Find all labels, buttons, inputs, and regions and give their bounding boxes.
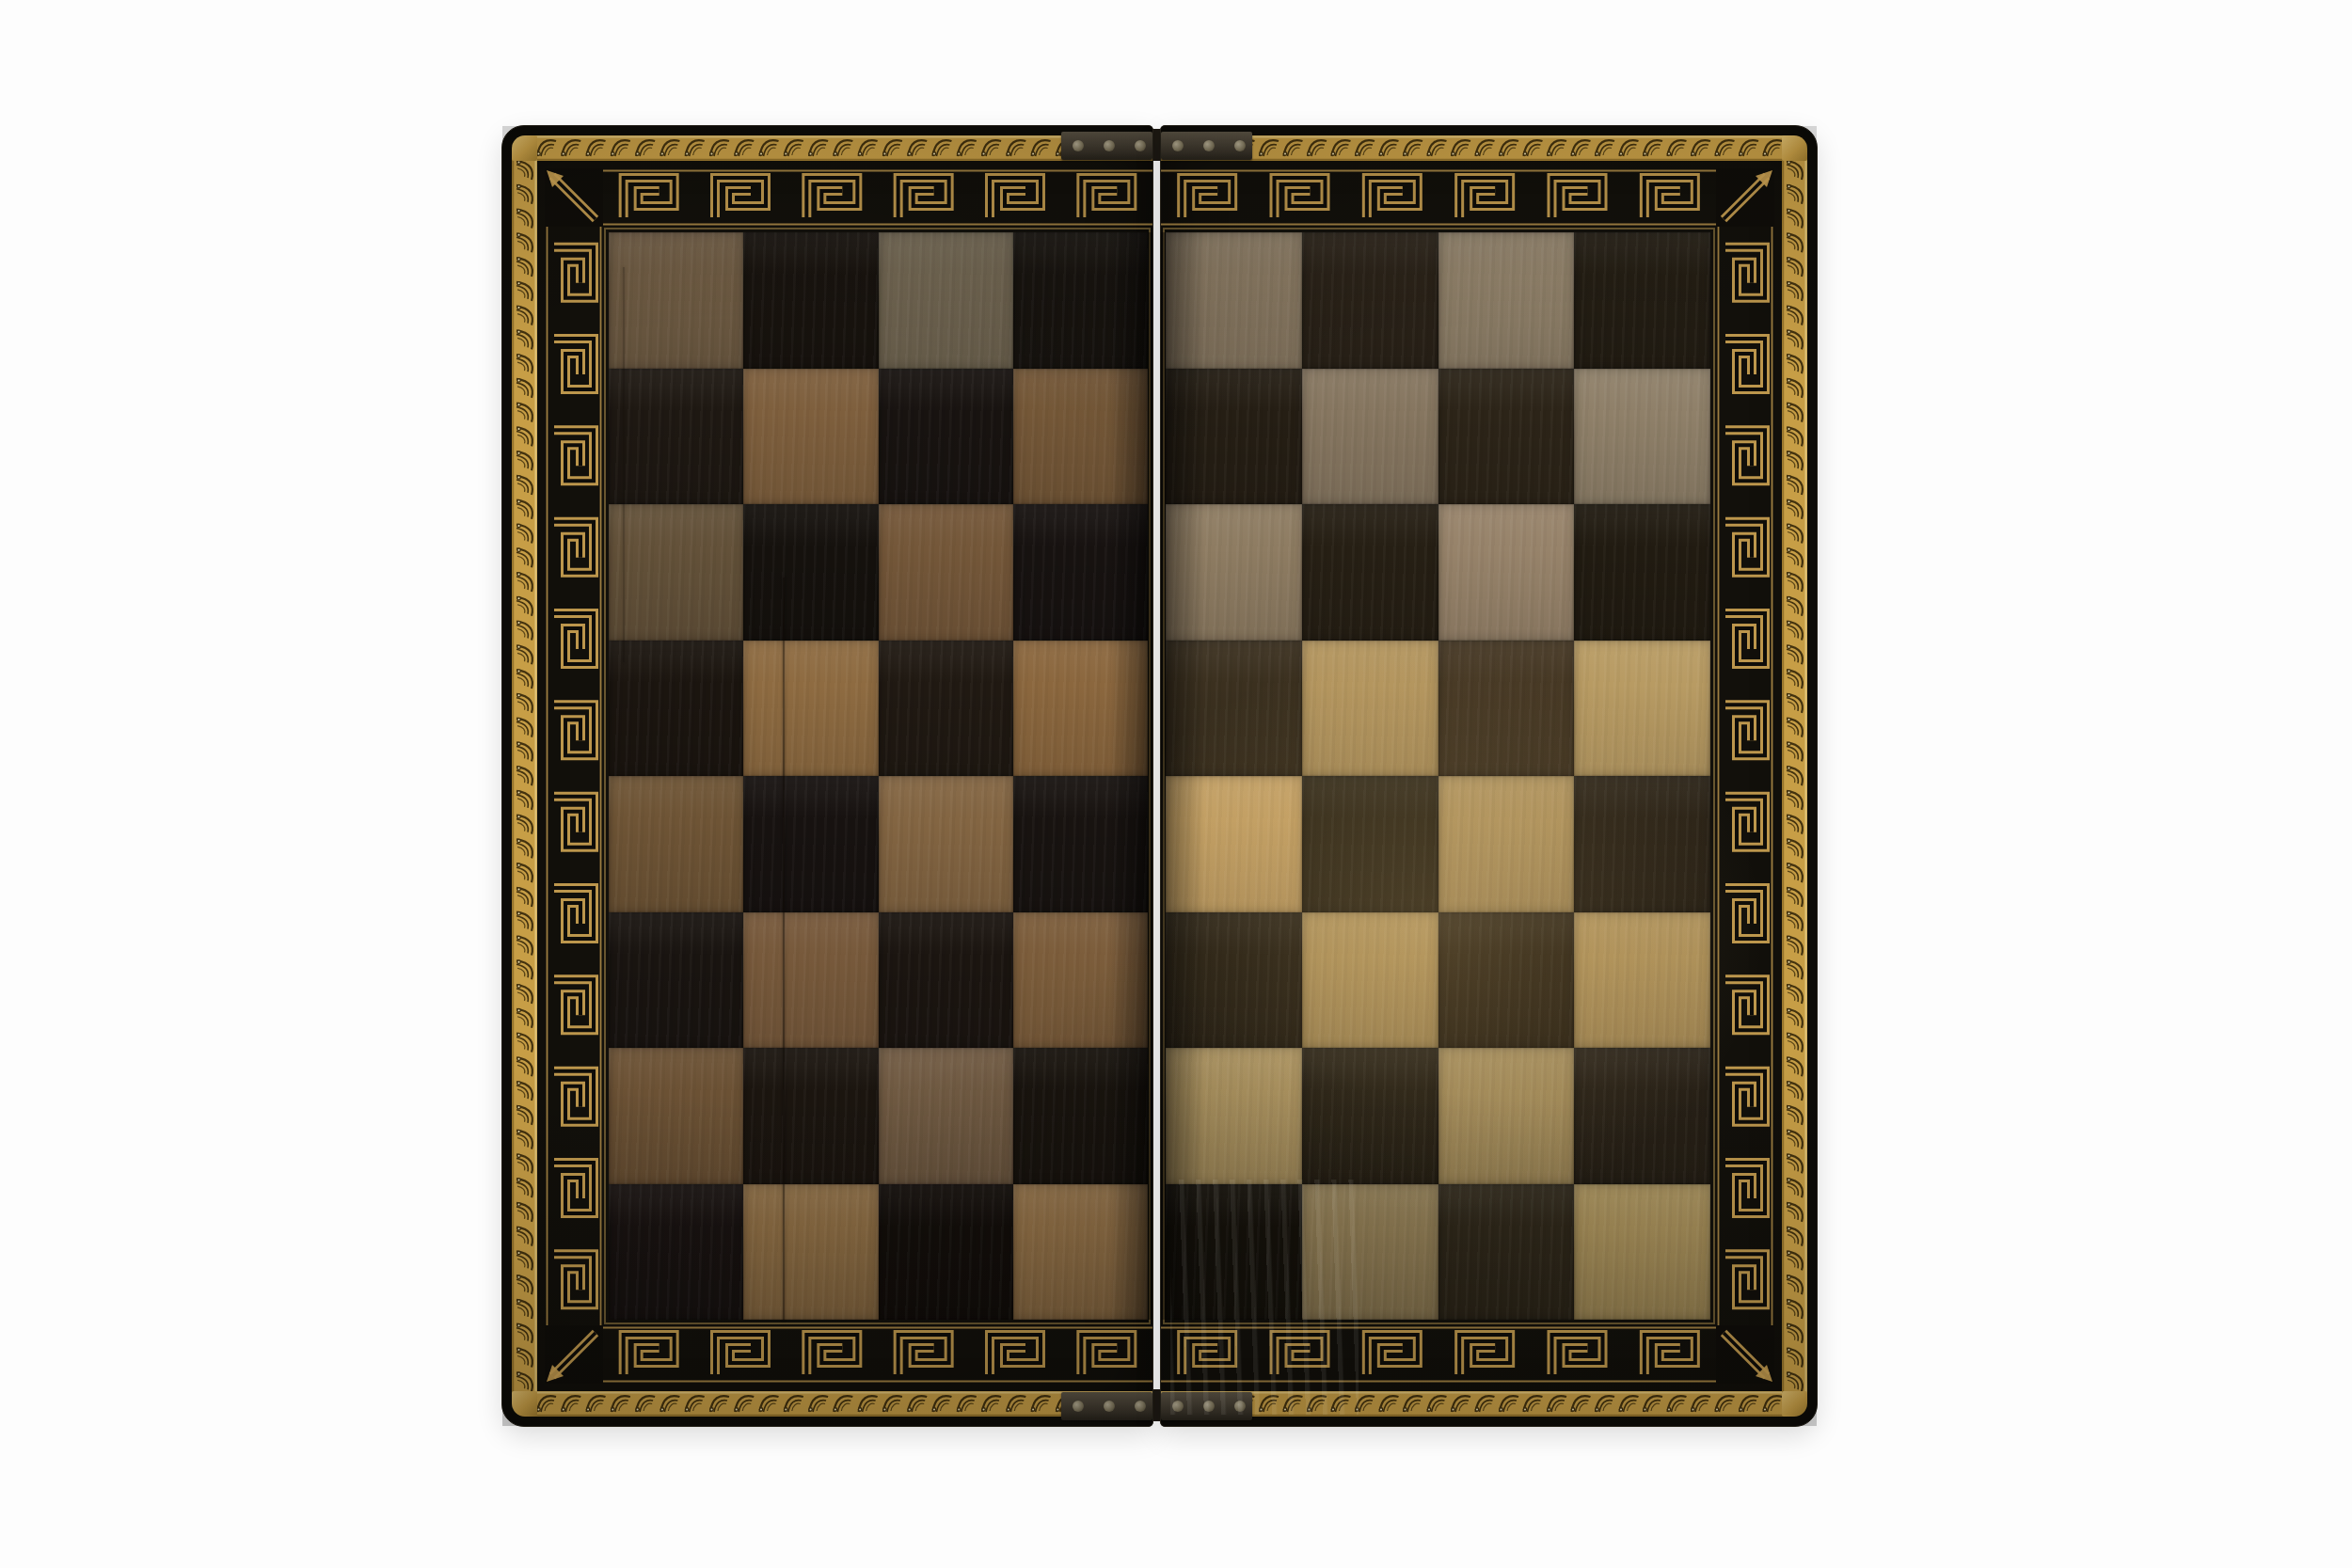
scroll-band <box>1161 1391 1785 1417</box>
hinge-screw <box>1104 140 1115 151</box>
square-b1[interactable] <box>743 1184 878 1321</box>
square-b5[interactable] <box>743 641 878 777</box>
square-g7[interactable] <box>1438 369 1575 505</box>
hinge-screw <box>1135 1401 1146 1412</box>
greek-key-corner-miter <box>1716 168 1774 227</box>
hinge-plate <box>1161 132 1252 160</box>
hinge-screw <box>1172 140 1184 151</box>
scroll-band <box>534 135 1152 161</box>
square-c8[interactable] <box>879 232 1013 369</box>
square-f3[interactable] <box>1302 912 1438 1049</box>
checkerboard-grid <box>1166 232 1710 1320</box>
greek-key-corner-miter <box>545 1325 603 1384</box>
folding-chessboard <box>501 125 1816 1425</box>
square-g3[interactable] <box>1438 912 1575 1049</box>
square-f8[interactable] <box>1302 232 1438 369</box>
scroll-band <box>512 158 537 1394</box>
hinge-plate <box>1061 132 1152 160</box>
scroll-band-corner <box>512 1391 537 1417</box>
square-d4[interactable] <box>1013 776 1148 912</box>
square-b7[interactable] <box>743 369 878 505</box>
square-f1[interactable] <box>1302 1184 1438 1321</box>
square-c3[interactable] <box>879 912 1013 1049</box>
greek-key-corner-miter <box>545 168 603 227</box>
square-g4[interactable] <box>1438 776 1575 912</box>
square-d2[interactable] <box>1013 1048 1148 1184</box>
square-e7[interactable] <box>1166 369 1302 505</box>
square-b6[interactable] <box>743 504 878 641</box>
square-e3[interactable] <box>1166 912 1302 1049</box>
hinge-screw <box>1203 1401 1215 1412</box>
square-b2[interactable] <box>743 1048 878 1184</box>
hinge-screw <box>1234 140 1246 151</box>
scroll-band-corner <box>1782 135 1807 161</box>
square-c6[interactable] <box>879 504 1013 641</box>
greek-key-corner-miter <box>1716 1325 1774 1384</box>
square-e1[interactable] <box>1166 1184 1302 1321</box>
square-e4[interactable] <box>1166 776 1302 912</box>
hinge-screw <box>1073 140 1084 151</box>
hinge-screw <box>1073 1401 1084 1412</box>
square-e5[interactable] <box>1166 641 1302 777</box>
square-d1[interactable] <box>1013 1184 1148 1321</box>
square-h5[interactable] <box>1574 641 1710 777</box>
square-f2[interactable] <box>1302 1048 1438 1184</box>
board-left-leaf <box>501 125 1153 1427</box>
hinge-plate <box>1061 1392 1152 1420</box>
greek-key-band <box>603 1325 1152 1384</box>
hinge-plate <box>1161 1392 1252 1420</box>
square-f5[interactable] <box>1302 641 1438 777</box>
square-h6[interactable] <box>1574 504 1710 641</box>
square-h3[interactable] <box>1574 912 1710 1049</box>
square-f7[interactable] <box>1302 369 1438 505</box>
square-b8[interactable] <box>743 232 878 369</box>
square-g1[interactable] <box>1438 1184 1575 1321</box>
hinge-screw <box>1234 1401 1246 1412</box>
square-c5[interactable] <box>879 641 1013 777</box>
square-a5[interactable] <box>609 641 743 777</box>
scroll-band <box>1782 158 1807 1394</box>
hinge-screw <box>1172 1401 1184 1412</box>
hinge-screw <box>1203 140 1215 151</box>
square-b3[interactable] <box>743 912 878 1049</box>
square-d5[interactable] <box>1013 641 1148 777</box>
scroll-band <box>1161 135 1785 161</box>
hinge-screw <box>1104 1401 1115 1412</box>
greek-key-band <box>545 227 603 1325</box>
square-a6[interactable] <box>609 504 743 641</box>
square-a1[interactable] <box>609 1184 743 1321</box>
square-d3[interactable] <box>1013 912 1148 1049</box>
square-h7[interactable] <box>1574 369 1710 505</box>
square-c2[interactable] <box>879 1048 1013 1184</box>
square-f4[interactable] <box>1302 776 1438 912</box>
square-a4[interactable] <box>609 776 743 912</box>
greek-key-band <box>1716 227 1774 1325</box>
square-h2[interactable] <box>1574 1048 1710 1184</box>
checkerboard-grid <box>609 232 1148 1320</box>
square-h1[interactable] <box>1574 1184 1710 1321</box>
square-a7[interactable] <box>609 369 743 505</box>
square-h4[interactable] <box>1574 776 1710 912</box>
square-a2[interactable] <box>609 1048 743 1184</box>
square-g5[interactable] <box>1438 641 1575 777</box>
square-e6[interactable] <box>1166 504 1302 641</box>
square-g8[interactable] <box>1438 232 1575 369</box>
board-right-leaf <box>1160 125 1818 1427</box>
square-a8[interactable] <box>609 232 743 369</box>
square-b4[interactable] <box>743 776 878 912</box>
photo-stage <box>0 0 2352 1568</box>
square-d7[interactable] <box>1013 369 1148 505</box>
square-g2[interactable] <box>1438 1048 1575 1184</box>
square-f6[interactable] <box>1302 504 1438 641</box>
square-c1[interactable] <box>879 1184 1013 1321</box>
square-d8[interactable] <box>1013 232 1148 369</box>
scroll-band-corner <box>1782 1391 1807 1417</box>
scroll-band <box>534 1391 1152 1417</box>
square-h8[interactable] <box>1574 232 1710 369</box>
square-c7[interactable] <box>879 369 1013 505</box>
square-e2[interactable] <box>1166 1048 1302 1184</box>
square-d6[interactable] <box>1013 504 1148 641</box>
scroll-band-corner <box>512 135 537 161</box>
greek-key-band <box>1161 1325 1716 1384</box>
square-a3[interactable] <box>609 912 743 1049</box>
hinge-screw <box>1135 140 1146 151</box>
greek-key-band <box>1161 168 1716 227</box>
square-c4[interactable] <box>879 776 1013 912</box>
square-g6[interactable] <box>1438 504 1575 641</box>
square-e8[interactable] <box>1166 232 1302 369</box>
greek-key-band <box>603 168 1152 227</box>
